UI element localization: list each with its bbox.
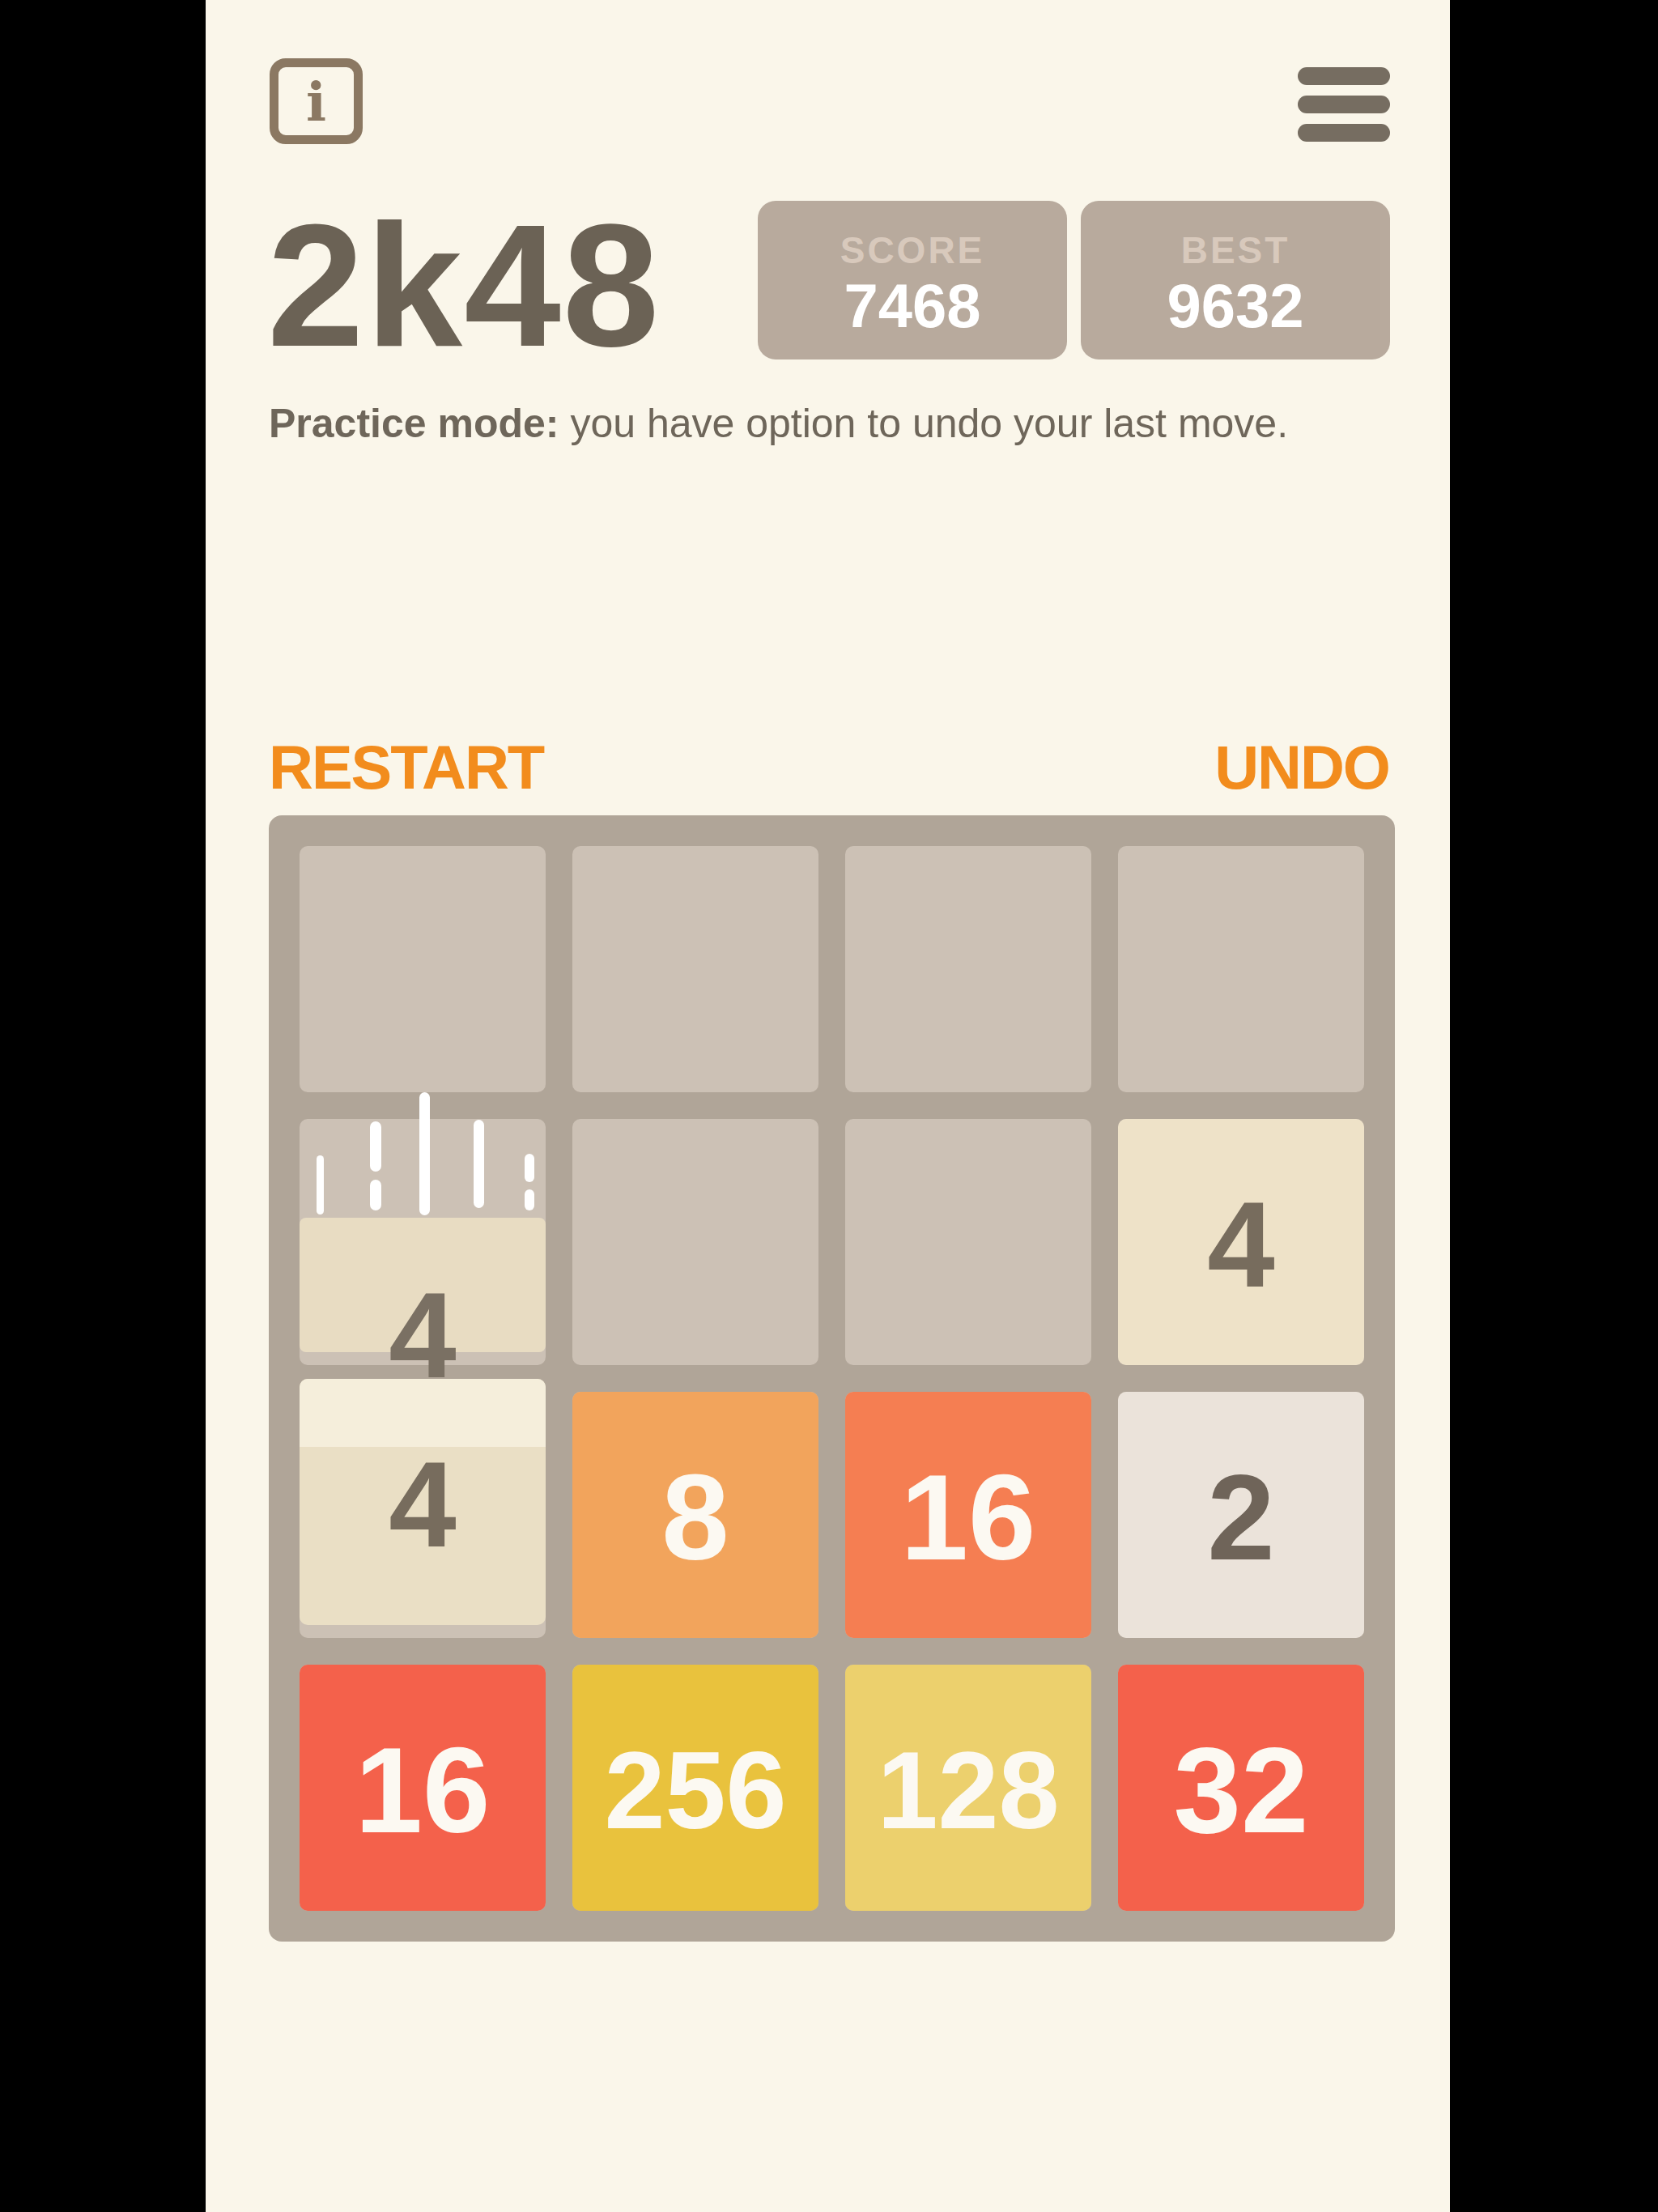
tile-8: 8 bbox=[572, 1392, 818, 1638]
tile-16: 16 bbox=[845, 1392, 1091, 1638]
score-box: SCORE 7468 bbox=[758, 201, 1067, 359]
undo-button[interactable]: UNDO bbox=[1214, 737, 1389, 798]
practice-mode-text: you have option to undo your last move. bbox=[559, 401, 1288, 446]
tile-256: 256 bbox=[572, 1665, 818, 1911]
board-cell bbox=[845, 1119, 1091, 1365]
tile-2: 2 bbox=[1118, 1392, 1364, 1638]
score-value: 7468 bbox=[844, 275, 980, 337]
motion-streak bbox=[370, 1180, 381, 1210]
motion-streak bbox=[525, 1189, 534, 1210]
tile-16: 16 bbox=[300, 1665, 546, 1911]
board-cell bbox=[572, 846, 818, 1092]
tile-4: 4 bbox=[1118, 1119, 1364, 1365]
score-label: SCORE bbox=[840, 232, 985, 269]
practice-mode-label: Practice mode: bbox=[269, 401, 559, 446]
practice-mode-note: Practice mode: you have option to undo y… bbox=[269, 402, 1288, 446]
motion-streak bbox=[317, 1155, 324, 1214]
info-icon: i bbox=[306, 75, 326, 129]
board[interactable]: 44481621625612832 bbox=[269, 815, 1395, 1942]
page-title: 2k48 bbox=[267, 198, 661, 372]
board-cell bbox=[1118, 846, 1364, 1092]
board-cell bbox=[300, 846, 546, 1092]
best-label: BEST bbox=[1181, 232, 1290, 269]
motion-streak bbox=[370, 1121, 381, 1172]
board-cell bbox=[572, 1119, 818, 1365]
best-value: 9632 bbox=[1167, 275, 1303, 337]
best-box: BEST 9632 bbox=[1081, 201, 1390, 359]
motion-streak bbox=[474, 1120, 484, 1208]
hamburger-menu-icon bbox=[1298, 124, 1390, 142]
hamburger-menu-icon bbox=[1298, 67, 1390, 85]
board-cell bbox=[845, 846, 1091, 1092]
tile-4: 4 bbox=[300, 1379, 546, 1625]
tile-128: 128 bbox=[845, 1665, 1091, 1911]
motion-streak bbox=[525, 1154, 534, 1182]
hamburger-menu-icon bbox=[1298, 96, 1390, 113]
app-screen: i 2k48 SCORE 7468 BEST 9632 Practice mod… bbox=[206, 0, 1450, 2212]
motion-streak bbox=[419, 1092, 430, 1215]
tile-4-sliding: 4 bbox=[300, 1218, 546, 1352]
menu-button[interactable] bbox=[1298, 67, 1390, 142]
restart-button[interactable]: RESTART bbox=[269, 737, 543, 798]
info-button[interactable]: i bbox=[270, 58, 363, 144]
tile-32: 32 bbox=[1118, 1665, 1364, 1911]
